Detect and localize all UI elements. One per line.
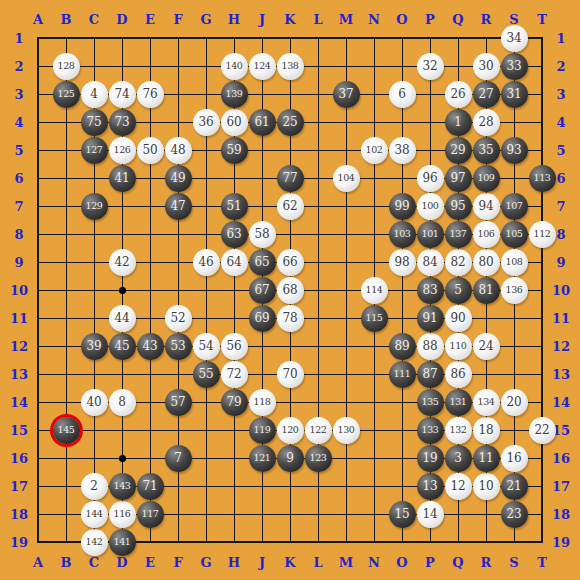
stone-S10-white-136[interactable]: 136 bbox=[501, 277, 528, 304]
stone-O8-black-103[interactable]: 103 bbox=[389, 221, 416, 248]
stone-H8-black-63[interactable]: 63 bbox=[221, 221, 248, 248]
stone-J11-black-69[interactable]: 69 bbox=[249, 305, 276, 332]
move-number: 37 bbox=[339, 88, 354, 100]
stone-P18-white-14[interactable]: 14 bbox=[417, 501, 444, 528]
stone-O5-white-38[interactable]: 38 bbox=[389, 137, 416, 164]
left-coord-label-4: 4 bbox=[14, 116, 23, 129]
right-coord-label-12: 12 bbox=[552, 340, 570, 353]
stone-F12-black-53[interactable]: 53 bbox=[165, 333, 192, 360]
move-number: 116 bbox=[114, 509, 131, 519]
stone-K15-white-120[interactable]: 120 bbox=[277, 417, 304, 444]
stone-Q11-white-90[interactable]: 90 bbox=[445, 305, 472, 332]
bottom-coord-label-M: M bbox=[339, 556, 353, 569]
move-number: 35 bbox=[479, 144, 494, 156]
top-coord-label-L: L bbox=[313, 13, 322, 26]
stone-H9-white-64[interactable]: 64 bbox=[221, 249, 248, 276]
stone-J8-white-58[interactable]: 58 bbox=[249, 221, 276, 248]
move-number: 34 bbox=[507, 32, 522, 44]
move-number: 137 bbox=[450, 229, 467, 239]
move-number: 50 bbox=[143, 144, 158, 156]
right-coord-label-19: 19 bbox=[552, 536, 570, 549]
top-coord-label-T: T bbox=[537, 13, 547, 26]
move-number: 111 bbox=[394, 369, 411, 379]
move-number: 77 bbox=[283, 172, 298, 184]
move-number: 127 bbox=[86, 145, 103, 155]
top-coord-label-R: R bbox=[481, 13, 492, 26]
go-board[interactable]: AABBCCDDEEFFGGHHJJKKLLMMNNOOPPQQRRSSTT11… bbox=[0, 0, 580, 580]
stone-R3-black-27[interactable]: 27 bbox=[473, 81, 500, 108]
top-coord-label-P: P bbox=[425, 13, 435, 26]
stone-J10-black-67[interactable]: 67 bbox=[249, 277, 276, 304]
bottom-coord-label-J: J bbox=[259, 556, 265, 569]
stone-D11-white-44[interactable]: 44 bbox=[109, 305, 136, 332]
stone-P12-white-88[interactable]: 88 bbox=[417, 333, 444, 360]
bottom-coord-label-Q: Q bbox=[452, 556, 463, 569]
left-coord-label-3: 3 bbox=[14, 88, 23, 101]
stone-K2-white-138[interactable]: 138 bbox=[277, 53, 304, 80]
stone-Q3-white-26[interactable]: 26 bbox=[445, 81, 472, 108]
move-number: 54 bbox=[199, 340, 214, 352]
stone-C7-black-129[interactable]: 129 bbox=[81, 193, 108, 220]
top-coord-label-B: B bbox=[61, 13, 72, 26]
move-number: 52 bbox=[171, 312, 186, 324]
move-number: 15 bbox=[395, 508, 410, 520]
stone-C19-white-142[interactable]: 142 bbox=[81, 529, 108, 556]
move-number: 130 bbox=[338, 425, 355, 435]
stone-H5-black-59[interactable]: 59 bbox=[221, 137, 248, 164]
stone-R2-white-30[interactable]: 30 bbox=[473, 53, 500, 80]
stone-R17-white-10[interactable]: 10 bbox=[473, 473, 500, 500]
stone-F11-white-52[interactable]: 52 bbox=[165, 305, 192, 332]
top-coord-label-N: N bbox=[368, 13, 380, 26]
left-coord-label-17: 17 bbox=[10, 480, 28, 493]
stone-K6-black-77[interactable]: 77 bbox=[277, 165, 304, 192]
bottom-coord-label-O: O bbox=[396, 556, 407, 569]
left-coord-label-5: 5 bbox=[14, 144, 23, 157]
move-number: 25 bbox=[283, 116, 298, 128]
stone-S16-white-16[interactable]: 16 bbox=[501, 445, 528, 472]
stone-C14-white-40[interactable]: 40 bbox=[81, 389, 108, 416]
stone-O12-black-89[interactable]: 89 bbox=[389, 333, 416, 360]
left-coord-label-1: 1 bbox=[14, 32, 23, 45]
move-number: 132 bbox=[450, 425, 467, 435]
left-coord-label-15: 15 bbox=[10, 424, 28, 437]
stone-S1-white-34[interactable]: 34 bbox=[501, 25, 528, 52]
move-number: 123 bbox=[310, 453, 327, 463]
move-number: 144 bbox=[86, 509, 103, 519]
top-coord-label-C: C bbox=[89, 13, 99, 26]
move-number: 96 bbox=[423, 172, 438, 184]
move-number: 11 bbox=[479, 452, 494, 464]
stone-P17-black-13[interactable]: 13 bbox=[417, 473, 444, 500]
stone-Q13-white-86[interactable]: 86 bbox=[445, 361, 472, 388]
bottom-coord-label-K: K bbox=[284, 556, 295, 569]
move-number: 120 bbox=[282, 425, 299, 435]
move-number: 20 bbox=[507, 396, 522, 408]
bottom-coord-label-N: N bbox=[368, 556, 380, 569]
stone-P8-black-101[interactable]: 101 bbox=[417, 221, 444, 248]
move-number: 114 bbox=[366, 285, 383, 295]
move-number: 93 bbox=[507, 144, 522, 156]
stone-R9-white-80[interactable]: 80 bbox=[473, 249, 500, 276]
move-number: 81 bbox=[479, 284, 494, 296]
top-coord-label-J: J bbox=[259, 13, 265, 26]
move-number: 56 bbox=[227, 340, 242, 352]
stone-J15-black-119[interactable]: 119 bbox=[249, 417, 276, 444]
stone-K16-black-9[interactable]: 9 bbox=[277, 445, 304, 472]
stone-D18-white-116[interactable]: 116 bbox=[109, 501, 136, 528]
stone-T6-black-113[interactable]: 113 bbox=[529, 165, 556, 192]
stone-R5-black-35[interactable]: 35 bbox=[473, 137, 500, 164]
stone-L15-white-122[interactable]: 122 bbox=[305, 417, 332, 444]
move-number: 129 bbox=[86, 201, 103, 211]
stone-C5-black-127[interactable]: 127 bbox=[81, 137, 108, 164]
stone-O18-black-15[interactable]: 15 bbox=[389, 501, 416, 528]
move-number: 42 bbox=[115, 256, 130, 268]
stone-C3-white-4[interactable]: 4 bbox=[81, 81, 108, 108]
stone-P10-black-83[interactable]: 83 bbox=[417, 277, 444, 304]
stone-O13-black-111[interactable]: 111 bbox=[389, 361, 416, 388]
move-number: 126 bbox=[114, 145, 131, 155]
stone-S9-white-108[interactable]: 108 bbox=[501, 249, 528, 276]
right-coord-label-18: 18 bbox=[552, 508, 570, 521]
bottom-coord-label-T: T bbox=[537, 556, 547, 569]
stone-J16-black-121[interactable]: 121 bbox=[249, 445, 276, 472]
stone-E17-black-71[interactable]: 71 bbox=[137, 473, 164, 500]
move-number: 145 bbox=[58, 425, 75, 435]
stone-J9-black-65[interactable]: 65 bbox=[249, 249, 276, 276]
bottom-coord-label-E: E bbox=[145, 556, 155, 569]
stone-S14-white-20[interactable]: 20 bbox=[501, 389, 528, 416]
stone-F14-black-57[interactable]: 57 bbox=[165, 389, 192, 416]
move-number: 49 bbox=[171, 172, 186, 184]
stone-B3-black-125[interactable]: 125 bbox=[53, 81, 80, 108]
move-number: 55 bbox=[199, 368, 214, 380]
stone-R4-white-28[interactable]: 28 bbox=[473, 109, 500, 136]
stone-Q16-black-3[interactable]: 3 bbox=[445, 445, 472, 472]
right-coord-label-14: 14 bbox=[552, 396, 570, 409]
right-coord-label-10: 10 bbox=[552, 284, 570, 297]
move-number: 1 bbox=[454, 116, 461, 128]
stone-R14-white-134[interactable]: 134 bbox=[473, 389, 500, 416]
stone-H3-black-139[interactable]: 139 bbox=[221, 81, 248, 108]
stone-E3-white-76[interactable]: 76 bbox=[137, 81, 164, 108]
move-number: 76 bbox=[143, 88, 158, 100]
stone-C4-black-75[interactable]: 75 bbox=[81, 109, 108, 136]
move-number: 82 bbox=[451, 256, 466, 268]
stone-K7-white-62[interactable]: 62 bbox=[277, 193, 304, 220]
move-number: 24 bbox=[479, 340, 494, 352]
stone-Q6-black-97[interactable]: 97 bbox=[445, 165, 472, 192]
stone-K13-white-70[interactable]: 70 bbox=[277, 361, 304, 388]
move-number: 104 bbox=[338, 173, 355, 183]
move-number: 16 bbox=[507, 452, 522, 464]
move-number: 107 bbox=[506, 201, 523, 211]
stone-B2-white-128[interactable]: 128 bbox=[53, 53, 80, 80]
stone-G12-white-54[interactable]: 54 bbox=[193, 333, 220, 360]
stone-D4-black-73[interactable]: 73 bbox=[109, 109, 136, 136]
stone-R15-white-18[interactable]: 18 bbox=[473, 417, 500, 444]
top-coord-label-A: A bbox=[33, 13, 43, 26]
move-number: 139 bbox=[226, 89, 243, 99]
move-number: 119 bbox=[254, 425, 271, 435]
move-number: 41 bbox=[115, 172, 130, 184]
stone-N5-white-102[interactable]: 102 bbox=[361, 137, 388, 164]
stone-G4-white-36[interactable]: 36 bbox=[193, 109, 220, 136]
move-number: 5 bbox=[454, 284, 461, 296]
stone-D9-white-42[interactable]: 42 bbox=[109, 249, 136, 276]
bottom-coord-label-H: H bbox=[228, 556, 240, 569]
left-coord-label-19: 19 bbox=[10, 536, 28, 549]
stone-J4-black-61[interactable]: 61 bbox=[249, 109, 276, 136]
stone-O7-black-99[interactable]: 99 bbox=[389, 193, 416, 220]
stone-R8-white-106[interactable]: 106 bbox=[473, 221, 500, 248]
move-number: 78 bbox=[283, 312, 298, 324]
move-number: 134 bbox=[478, 397, 495, 407]
stone-S7-black-107[interactable]: 107 bbox=[501, 193, 528, 220]
stone-G9-white-46[interactable]: 46 bbox=[193, 249, 220, 276]
move-number: 51 bbox=[227, 200, 242, 212]
left-coord-label-11: 11 bbox=[10, 312, 28, 325]
left-coord-label-13: 13 bbox=[10, 368, 28, 381]
right-coord-label-13: 13 bbox=[552, 368, 570, 381]
move-number: 101 bbox=[422, 229, 439, 239]
move-number: 60 bbox=[227, 116, 242, 128]
move-number: 6 bbox=[398, 88, 405, 100]
right-coord-label-11: 11 bbox=[552, 312, 570, 325]
stone-Q15-white-132[interactable]: 132 bbox=[445, 417, 472, 444]
left-coord-label-9: 9 bbox=[14, 256, 23, 269]
move-number: 68 bbox=[283, 284, 298, 296]
bottom-coord-label-L: L bbox=[313, 556, 322, 569]
stone-Q12-white-110[interactable]: 110 bbox=[445, 333, 472, 360]
move-number: 46 bbox=[199, 256, 214, 268]
stone-M15-white-130[interactable]: 130 bbox=[333, 417, 360, 444]
right-coord-label-7: 7 bbox=[556, 200, 565, 213]
stone-O3-white-6[interactable]: 6 bbox=[389, 81, 416, 108]
move-number: 7 bbox=[174, 452, 181, 464]
move-number: 9 bbox=[286, 452, 293, 464]
move-number: 75 bbox=[87, 116, 102, 128]
move-number: 95 bbox=[451, 200, 466, 212]
stone-D12-black-45[interactable]: 45 bbox=[109, 333, 136, 360]
right-coord-label-4: 4 bbox=[556, 116, 565, 129]
stone-K9-white-66[interactable]: 66 bbox=[277, 249, 304, 276]
stone-R7-white-94[interactable]: 94 bbox=[473, 193, 500, 220]
move-number: 65 bbox=[255, 256, 270, 268]
move-number: 21 bbox=[507, 480, 522, 492]
move-number: 67 bbox=[255, 284, 270, 296]
stone-P15-black-133[interactable]: 133 bbox=[417, 417, 444, 444]
stone-Q8-black-137[interactable]: 137 bbox=[445, 221, 472, 248]
stone-J14-white-118[interactable]: 118 bbox=[249, 389, 276, 416]
move-number: 30 bbox=[479, 60, 494, 72]
stone-D14-white-8[interactable]: 8 bbox=[109, 389, 136, 416]
stone-S5-black-93[interactable]: 93 bbox=[501, 137, 528, 164]
move-number: 84 bbox=[423, 256, 438, 268]
stone-J2-white-124[interactable]: 124 bbox=[249, 53, 276, 80]
move-number: 23 bbox=[507, 508, 522, 520]
move-number: 94 bbox=[479, 200, 494, 212]
stone-Q10-black-5[interactable]: 5 bbox=[445, 277, 472, 304]
stone-R12-white-24[interactable]: 24 bbox=[473, 333, 500, 360]
stone-Q5-black-29[interactable]: 29 bbox=[445, 137, 472, 164]
top-coord-label-O: O bbox=[396, 13, 407, 26]
left-coord-label-18: 18 bbox=[10, 508, 28, 521]
stone-O9-white-98[interactable]: 98 bbox=[389, 249, 416, 276]
right-coord-label-6: 6 bbox=[556, 172, 565, 185]
move-number: 142 bbox=[86, 537, 103, 547]
stone-Q14-black-131[interactable]: 131 bbox=[445, 389, 472, 416]
stone-F6-black-49[interactable]: 49 bbox=[165, 165, 192, 192]
move-number: 106 bbox=[478, 229, 495, 239]
stone-D19-black-141[interactable]: 141 bbox=[109, 529, 136, 556]
move-number: 109 bbox=[478, 173, 495, 183]
move-number: 47 bbox=[171, 200, 186, 212]
stone-H13-white-72[interactable]: 72 bbox=[221, 361, 248, 388]
right-coord-label-1: 1 bbox=[556, 32, 565, 45]
stone-P7-white-100[interactable]: 100 bbox=[417, 193, 444, 220]
right-coord-label-8: 8 bbox=[556, 228, 565, 241]
move-number: 22 bbox=[535, 424, 550, 436]
move-number: 43 bbox=[143, 340, 158, 352]
move-number: 64 bbox=[227, 256, 242, 268]
bottom-coord-label-C: C bbox=[89, 556, 99, 569]
move-number: 108 bbox=[506, 257, 523, 267]
bottom-coord-label-G: G bbox=[200, 556, 211, 569]
move-number: 99 bbox=[395, 200, 410, 212]
move-number: 88 bbox=[423, 340, 438, 352]
move-number: 73 bbox=[115, 116, 130, 128]
stone-E12-black-43[interactable]: 43 bbox=[137, 333, 164, 360]
stone-D3-white-74[interactable]: 74 bbox=[109, 81, 136, 108]
stone-M3-black-37[interactable]: 37 bbox=[333, 81, 360, 108]
stone-S2-black-33[interactable]: 33 bbox=[501, 53, 528, 80]
stone-E18-black-117[interactable]: 117 bbox=[137, 501, 164, 528]
stone-Q9-white-82[interactable]: 82 bbox=[445, 249, 472, 276]
stone-T15-white-22[interactable]: 22 bbox=[529, 417, 556, 444]
stone-S18-black-23[interactable]: 23 bbox=[501, 501, 528, 528]
stone-H2-white-140[interactable]: 140 bbox=[221, 53, 248, 80]
stone-K4-black-25[interactable]: 25 bbox=[277, 109, 304, 136]
top-coord-label-G: G bbox=[200, 13, 211, 26]
top-coord-label-E: E bbox=[145, 13, 155, 26]
stone-D6-black-41[interactable]: 41 bbox=[109, 165, 136, 192]
stone-E5-white-50[interactable]: 50 bbox=[137, 137, 164, 164]
top-coord-label-F: F bbox=[173, 13, 182, 26]
move-number: 125 bbox=[58, 89, 75, 99]
move-number: 4 bbox=[90, 88, 97, 100]
star-point-D10 bbox=[119, 287, 126, 294]
stone-H14-black-79[interactable]: 79 bbox=[221, 389, 248, 416]
stone-H4-white-60[interactable]: 60 bbox=[221, 109, 248, 136]
stone-N11-black-115[interactable]: 115 bbox=[361, 305, 388, 332]
move-number: 72 bbox=[227, 368, 242, 380]
stone-K11-white-78[interactable]: 78 bbox=[277, 305, 304, 332]
move-number: 14 bbox=[423, 508, 438, 520]
stone-P14-black-135[interactable]: 135 bbox=[417, 389, 444, 416]
stone-Q4-black-1[interactable]: 1 bbox=[445, 109, 472, 136]
move-number: 62 bbox=[283, 200, 298, 212]
top-coord-label-S: S bbox=[509, 13, 518, 26]
stone-T8-white-112[interactable]: 112 bbox=[529, 221, 556, 248]
move-number: 33 bbox=[507, 60, 522, 72]
stone-C18-white-144[interactable]: 144 bbox=[81, 501, 108, 528]
right-coord-label-3: 3 bbox=[556, 88, 565, 101]
move-number: 79 bbox=[227, 396, 242, 408]
stone-P11-black-91[interactable]: 91 bbox=[417, 305, 444, 332]
bottom-coord-label-P: P bbox=[425, 556, 435, 569]
stone-H12-white-56[interactable]: 56 bbox=[221, 333, 248, 360]
stone-D17-black-143[interactable]: 143 bbox=[109, 473, 136, 500]
stone-S17-black-21[interactable]: 21 bbox=[501, 473, 528, 500]
move-number: 71 bbox=[143, 480, 158, 492]
stone-N10-white-114[interactable]: 114 bbox=[361, 277, 388, 304]
stone-R6-black-109[interactable]: 109 bbox=[473, 165, 500, 192]
stone-Q17-white-12[interactable]: 12 bbox=[445, 473, 472, 500]
stone-S3-black-31[interactable]: 31 bbox=[501, 81, 528, 108]
stone-M6-white-104[interactable]: 104 bbox=[333, 165, 360, 192]
stone-P16-black-19[interactable]: 19 bbox=[417, 445, 444, 472]
stone-G13-black-55[interactable]: 55 bbox=[193, 361, 220, 388]
stone-C12-black-39[interactable]: 39 bbox=[81, 333, 108, 360]
bottom-coord-label-A: A bbox=[33, 556, 43, 569]
move-number: 36 bbox=[199, 116, 214, 128]
move-number: 29 bbox=[451, 144, 466, 156]
stone-H7-black-51[interactable]: 51 bbox=[221, 193, 248, 220]
move-number: 40 bbox=[87, 396, 102, 408]
stone-R16-black-11[interactable]: 11 bbox=[473, 445, 500, 472]
move-number: 18 bbox=[479, 424, 494, 436]
left-coord-label-6: 6 bbox=[14, 172, 23, 185]
move-number: 39 bbox=[87, 340, 102, 352]
move-number: 133 bbox=[422, 425, 439, 435]
move-number: 115 bbox=[366, 313, 383, 323]
stone-P6-white-96[interactable]: 96 bbox=[417, 165, 444, 192]
move-number: 45 bbox=[115, 340, 130, 352]
move-number: 97 bbox=[451, 172, 466, 184]
stone-D5-white-126[interactable]: 126 bbox=[109, 137, 136, 164]
move-number: 103 bbox=[394, 229, 411, 239]
stone-P9-white-84[interactable]: 84 bbox=[417, 249, 444, 276]
move-number: 48 bbox=[171, 144, 186, 156]
move-number: 59 bbox=[227, 144, 242, 156]
stone-K10-white-68[interactable]: 68 bbox=[277, 277, 304, 304]
stone-P2-white-32[interactable]: 32 bbox=[417, 53, 444, 80]
stone-L16-black-123[interactable]: 123 bbox=[305, 445, 332, 472]
move-number: 102 bbox=[366, 145, 383, 155]
stone-F7-black-47[interactable]: 47 bbox=[165, 193, 192, 220]
move-number: 53 bbox=[171, 340, 186, 352]
move-number: 27 bbox=[479, 88, 494, 100]
move-number: 140 bbox=[226, 61, 243, 71]
move-number: 110 bbox=[450, 341, 467, 351]
move-number: 70 bbox=[283, 368, 298, 380]
stone-S8-black-105[interactable]: 105 bbox=[501, 221, 528, 248]
stone-F5-white-48[interactable]: 48 bbox=[165, 137, 192, 164]
move-number: 10 bbox=[479, 480, 494, 492]
stone-F16-black-7[interactable]: 7 bbox=[165, 445, 192, 472]
stone-B15-black-145[interactable]: 145 bbox=[53, 417, 80, 444]
move-number: 105 bbox=[506, 229, 523, 239]
right-coord-label-9: 9 bbox=[556, 256, 565, 269]
move-number: 31 bbox=[507, 88, 522, 100]
stone-Q7-black-95[interactable]: 95 bbox=[445, 193, 472, 220]
stone-R10-black-81[interactable]: 81 bbox=[473, 277, 500, 304]
stone-C17-white-2[interactable]: 2 bbox=[81, 473, 108, 500]
move-number: 44 bbox=[115, 312, 130, 324]
stone-P13-black-87[interactable]: 87 bbox=[417, 361, 444, 388]
